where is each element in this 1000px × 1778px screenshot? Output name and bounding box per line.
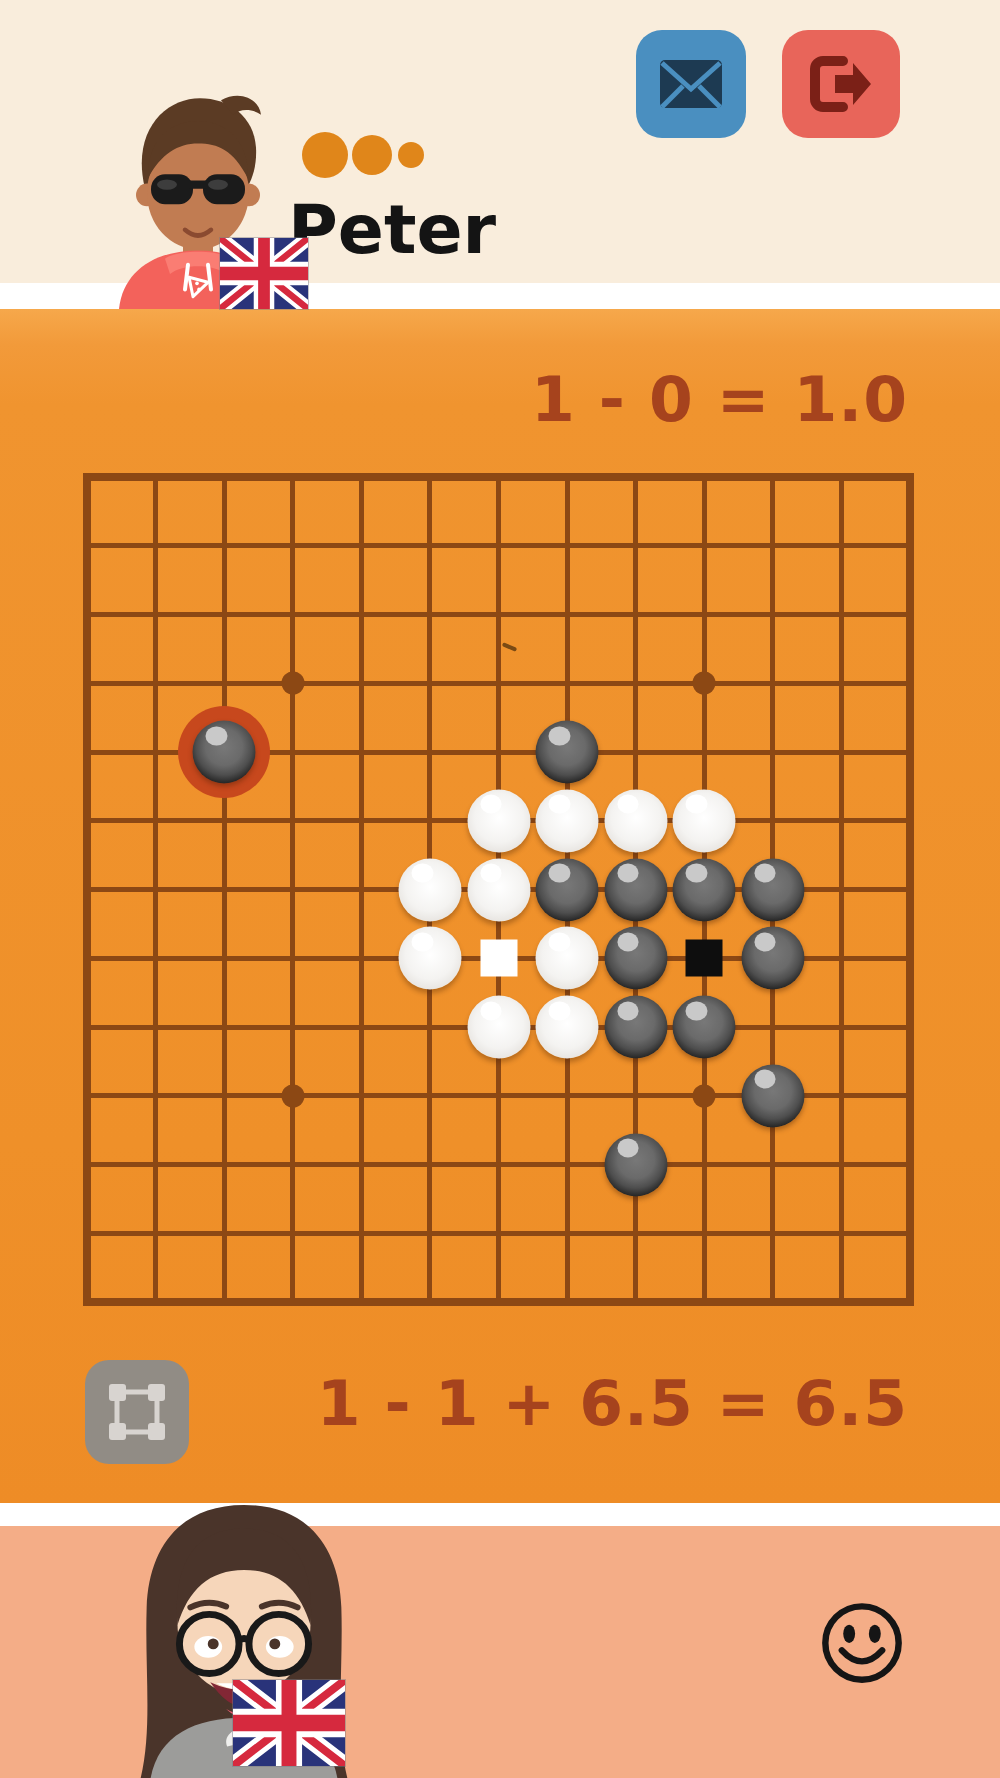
thinking-dot-icon (352, 135, 392, 175)
black-stone[interactable] (536, 721, 599, 784)
top-player-score: 1 - 0 = 1.0 (531, 368, 908, 431)
black-stone[interactable] (741, 858, 804, 921)
grid-line (83, 1298, 914, 1306)
stone-highlight (412, 932, 433, 951)
thinking-dot-icon (302, 132, 348, 178)
stone-highlight (686, 1001, 707, 1020)
white-territory-marker[interactable] (480, 940, 517, 977)
black-stone[interactable] (741, 1064, 804, 1127)
stone-highlight (617, 1001, 638, 1020)
black-stone[interactable] (536, 858, 599, 921)
star-point (281, 672, 304, 695)
grid-line (83, 1162, 914, 1167)
mail-button[interactable] (636, 30, 746, 138)
white-stone[interactable] (673, 789, 736, 852)
stone-highlight (755, 932, 776, 951)
star-point (693, 1084, 716, 1107)
stone-highlight (549, 1001, 570, 1020)
black-stone[interactable] (673, 996, 736, 1059)
stone-highlight (755, 864, 776, 883)
black-territory-marker[interactable] (686, 940, 723, 977)
stone-highlight (617, 864, 638, 883)
white-stone[interactable] (467, 789, 530, 852)
grid-line (83, 1231, 914, 1236)
go-app-screen: Peter (0, 0, 1000, 1778)
stone-highlight (412, 864, 433, 883)
stone-highlight (206, 726, 227, 745)
stone-highlight (755, 1070, 776, 1089)
stone-highlight (549, 932, 570, 951)
stone-highlight (480, 864, 501, 883)
black-stone[interactable] (673, 858, 736, 921)
stone-highlight (617, 1139, 638, 1158)
stone-highlight (549, 864, 570, 883)
stone-highlight (686, 864, 707, 883)
go-board[interactable] (87, 477, 910, 1302)
grid-line (839, 473, 844, 1306)
stone-highlight (617, 932, 638, 951)
white-stone[interactable] (398, 858, 461, 921)
black-stone[interactable] (604, 858, 667, 921)
black-stone[interactable] (604, 996, 667, 1059)
stone-highlight (686, 795, 707, 814)
top-player-flag-uk (220, 238, 308, 309)
white-stone[interactable] (467, 858, 530, 921)
star-point (281, 1084, 304, 1107)
white-stone[interactable] (604, 789, 667, 852)
white-stone[interactable] (398, 927, 461, 990)
mail-icon (658, 58, 724, 110)
black-stone[interactable] (604, 927, 667, 990)
white-stone[interactable] (467, 996, 530, 1059)
black-stone[interactable] (604, 1133, 667, 1196)
stone-highlight (480, 1001, 501, 1020)
thinking-dot-icon (398, 142, 424, 168)
smiley-emote-button[interactable] (818, 1599, 906, 1687)
exit-icon (809, 55, 873, 113)
stone-highlight (549, 726, 570, 745)
territory-button[interactable] (85, 1360, 189, 1464)
territory-select-icon (105, 1380, 169, 1444)
bottom-player-flag-uk (233, 1680, 345, 1766)
black-stone[interactable] (741, 927, 804, 990)
top-player-name: Peter (288, 196, 496, 264)
stone-highlight (549, 795, 570, 814)
white-stone[interactable] (536, 789, 599, 852)
exit-button[interactable] (782, 30, 900, 138)
stone-highlight (480, 795, 501, 814)
bottom-player-score: 1 - 1 + 6.5 = 6.5 (317, 1372, 908, 1435)
white-stone[interactable] (536, 996, 599, 1059)
white-stone[interactable] (536, 927, 599, 990)
grid-line (906, 473, 914, 1306)
stone-highlight (617, 795, 638, 814)
star-point (693, 672, 716, 695)
top-player-bar: Peter (0, 0, 1000, 283)
black-stone[interactable] (193, 721, 256, 784)
